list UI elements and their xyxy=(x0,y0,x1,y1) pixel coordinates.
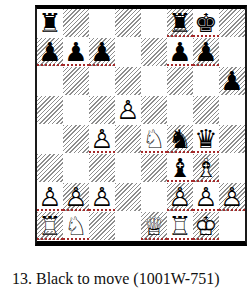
square-e8 xyxy=(141,9,167,38)
black-rook-piece: ♜ xyxy=(167,9,193,37)
white-bishop-piece: ♝♗ xyxy=(193,154,219,182)
white-rook-piece: ♜♖ xyxy=(37,212,63,240)
square-b6 xyxy=(63,67,89,96)
square-h2: ♟♙ xyxy=(219,183,245,212)
black-pawn-piece: ♟ xyxy=(89,38,115,66)
square-d8 xyxy=(115,9,141,38)
square-a5 xyxy=(37,96,63,125)
square-d4 xyxy=(115,125,141,154)
black-queen-piece: ♛ xyxy=(193,125,219,153)
square-a6 xyxy=(37,67,63,96)
white-piece-outline-layer: ♔ xyxy=(193,212,219,240)
square-d6 xyxy=(115,67,141,96)
square-c3 xyxy=(89,154,115,183)
square-f6 xyxy=(167,67,193,96)
square-a1: ♜♖ xyxy=(37,212,63,241)
square-c8 xyxy=(89,9,115,38)
black-pawn-piece: ♟ xyxy=(37,38,63,66)
white-piece-outline-layer: ♙ xyxy=(219,183,245,211)
white-king-piece: ♚♔ xyxy=(193,212,219,240)
square-c5 xyxy=(89,96,115,125)
white-piece-outline-layer: ♖ xyxy=(167,212,193,240)
black-knight-piece: ♞ xyxy=(167,125,193,153)
square-h5 xyxy=(219,96,245,125)
white-piece-outline-layer: ♙ xyxy=(193,183,219,211)
white-knight-piece: ♞♘ xyxy=(63,212,89,240)
white-knight-piece: ♞♘ xyxy=(141,125,167,153)
white-piece-outline-layer: ♙ xyxy=(115,96,141,124)
black-pawn-piece: ♟ xyxy=(193,38,219,66)
square-e2 xyxy=(141,183,167,212)
square-c1 xyxy=(89,212,115,241)
board-grid: ♜♜♚♟♟♟♟♟♟♟♙♟♙♞♘♞♛♝♝♗♟♙♟♙♟♙♟♙♟♙♟♙♜♖♞♘♛♕♜♖… xyxy=(37,9,245,241)
square-f4: ♞ xyxy=(167,125,193,154)
black-bishop-piece: ♝ xyxy=(167,154,193,182)
diagram-caption: 13. Black to move (1001W-751) xyxy=(12,270,247,288)
chess-diagram-page: ♜♜♚♟♟♟♟♟♟♟♙♟♙♞♘♞♛♝♝♗♟♙♟♙♟♙♟♙♟♙♟♙♜♖♞♘♛♕♜♖… xyxy=(0,0,251,300)
square-e1: ♛♕ xyxy=(141,212,167,241)
square-b7: ♟ xyxy=(63,38,89,67)
square-e5 xyxy=(141,96,167,125)
white-piece-outline-layer: ♙ xyxy=(89,125,115,153)
black-pawn-piece: ♟ xyxy=(63,38,89,66)
square-g7: ♟ xyxy=(193,38,219,67)
square-a4 xyxy=(37,125,63,154)
white-rook-piece: ♜♖ xyxy=(167,212,193,240)
square-h8 xyxy=(219,9,245,38)
black-pawn-piece: ♟ xyxy=(167,38,193,66)
square-h4 xyxy=(219,125,245,154)
white-pawn-piece: ♟♙ xyxy=(89,183,115,211)
square-f3: ♝ xyxy=(167,154,193,183)
white-piece-outline-layer: ♗ xyxy=(193,154,219,182)
square-d3 xyxy=(115,154,141,183)
square-d1 xyxy=(115,212,141,241)
square-e3 xyxy=(141,154,167,183)
square-d5: ♟♙ xyxy=(115,96,141,125)
square-b8 xyxy=(63,9,89,38)
square-f2: ♟♙ xyxy=(167,183,193,212)
white-queen-piece: ♛♕ xyxy=(141,212,167,240)
square-h7 xyxy=(219,38,245,67)
white-piece-outline-layer: ♘ xyxy=(141,125,167,153)
white-piece-outline-layer: ♙ xyxy=(89,183,115,211)
white-pawn-piece: ♟♙ xyxy=(167,183,193,211)
white-piece-outline-layer: ♙ xyxy=(37,183,63,211)
white-pawn-piece: ♟♙ xyxy=(219,183,245,211)
black-pawn-piece: ♟ xyxy=(219,67,245,95)
square-f1: ♜♖ xyxy=(167,212,193,241)
square-b5 xyxy=(63,96,89,125)
square-b4 xyxy=(63,125,89,154)
square-a8: ♜ xyxy=(37,9,63,38)
square-b3 xyxy=(63,154,89,183)
square-h1 xyxy=(219,212,245,241)
square-c7: ♟ xyxy=(89,38,115,67)
square-h6: ♟ xyxy=(219,67,245,96)
square-a2: ♟♙ xyxy=(37,183,63,212)
white-pawn-piece: ♟♙ xyxy=(37,183,63,211)
square-a3 xyxy=(37,154,63,183)
square-b2: ♟♙ xyxy=(63,183,89,212)
square-f7: ♟ xyxy=(167,38,193,67)
white-pawn-piece: ♟♙ xyxy=(193,183,219,211)
white-piece-outline-layer: ♙ xyxy=(63,183,89,211)
square-g8: ♚ xyxy=(193,9,219,38)
square-c2: ♟♙ xyxy=(89,183,115,212)
white-pawn-piece: ♟♙ xyxy=(115,96,141,124)
square-c4: ♟♙ xyxy=(89,125,115,154)
square-g2: ♟♙ xyxy=(193,183,219,212)
square-g1: ♚♔ xyxy=(193,212,219,241)
black-king-piece: ♚ xyxy=(193,9,219,37)
square-e6 xyxy=(141,67,167,96)
square-g6 xyxy=(193,67,219,96)
square-h3 xyxy=(219,154,245,183)
white-piece-outline-layer: ♖ xyxy=(37,212,63,240)
white-piece-outline-layer: ♕ xyxy=(141,212,167,240)
square-g3: ♝♗ xyxy=(193,154,219,183)
square-b1: ♞♘ xyxy=(63,212,89,241)
chess-board: ♜♜♚♟♟♟♟♟♟♟♙♟♙♞♘♞♛♝♝♗♟♙♟♙♟♙♟♙♟♙♟♙♜♖♞♘♛♕♜♖… xyxy=(35,5,247,246)
square-g4: ♛ xyxy=(193,125,219,154)
white-pawn-piece: ♟♙ xyxy=(63,183,89,211)
square-d2 xyxy=(115,183,141,212)
white-piece-outline-layer: ♙ xyxy=(167,183,193,211)
white-piece-outline-layer: ♘ xyxy=(63,212,89,240)
square-f8: ♜ xyxy=(167,9,193,38)
square-g5 xyxy=(193,96,219,125)
square-f5 xyxy=(167,96,193,125)
square-d7 xyxy=(115,38,141,67)
square-a7: ♟ xyxy=(37,38,63,67)
square-e7 xyxy=(141,38,167,67)
white-pawn-piece: ♟♙ xyxy=(89,125,115,153)
black-rook-piece: ♜ xyxy=(37,9,63,37)
square-c6 xyxy=(89,67,115,96)
square-e4: ♞♘ xyxy=(141,125,167,154)
